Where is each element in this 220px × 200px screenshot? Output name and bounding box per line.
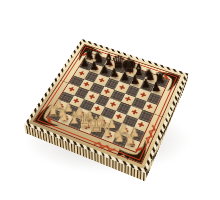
white-rook[interactable]: ♜ [124, 133, 137, 148]
black-pawn[interactable]: ♟ [80, 57, 89, 68]
black-pawn[interactable]: ♟ [100, 64, 109, 75]
black-pawn[interactable]: ♟ [130, 74, 140, 86]
folding-chess-box: ♜♞♝♛♚♝♞♜♟♟♟♟♟♟♟♟♟♟♟♟♟♟♟♟♜♞♝♛♚♝♞♜ [24, 39, 188, 173]
black-pawn[interactable]: ♟ [141, 78, 151, 90]
scene: ♜♞♝♛♚♝♞♜♟♟♟♟♟♟♟♟♟♟♟♟♟♟♟♟♜♞♝♛♚♝♞♜ [0, 0, 220, 200]
bowtie-shape [117, 150, 131, 160]
bowtie-ornament-icon [117, 150, 131, 161]
board-frame: ♜♞♝♛♚♝♞♜♟♟♟♟♟♟♟♟♟♟♟♟♟♟♟♟♜♞♝♛♚♝♞♜ [29, 42, 185, 169]
black-pawn[interactable]: ♟ [151, 82, 161, 94]
black-pawn[interactable]: ♟ [120, 71, 130, 83]
chess-set-photo: ♜♞♝♛♚♝♞♜♟♟♟♟♟♟♟♟♟♟♟♟♟♟♟♟♜♞♝♛♚♝♞♜ [0, 0, 220, 200]
black-pawn[interactable]: ♟ [90, 61, 99, 72]
black-pawn[interactable]: ♟ [110, 67, 120, 78]
